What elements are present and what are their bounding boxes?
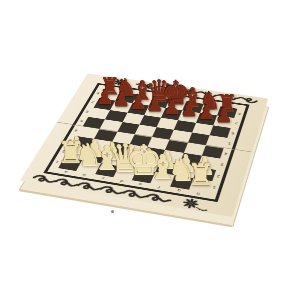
- chess-set-product-photo: abcdefgh 87654321 87654321 ♜♞♝♛♚♝♞♜♟♟♟♟♟…: [0, 0, 300, 300]
- edge-nail-dot: [111, 210, 114, 213]
